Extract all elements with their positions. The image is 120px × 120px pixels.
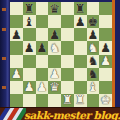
square-f3[interactable] xyxy=(74,68,87,81)
white-queen-d2: ♛ xyxy=(49,81,60,93)
square-b6[interactable] xyxy=(23,28,36,41)
spine-tick xyxy=(2,28,6,31)
black-pawn-c5: ♟ xyxy=(36,41,47,53)
square-e1[interactable]: ♜ xyxy=(61,94,74,107)
black-bishop-b7: ♝ xyxy=(24,15,35,27)
square-d1[interactable] xyxy=(48,94,61,107)
square-f2[interactable] xyxy=(74,81,87,94)
white-bishop-g2: ♝ xyxy=(87,81,98,93)
square-f6[interactable] xyxy=(74,28,87,41)
black-queen-d8: ♛ xyxy=(49,2,60,14)
square-f1[interactable]: ♜ xyxy=(74,94,87,107)
square-g7[interactable]: ♚ xyxy=(87,15,100,28)
square-h2[interactable] xyxy=(99,81,112,94)
square-b1[interactable] xyxy=(23,94,36,107)
black-knight-g4: ♞ xyxy=(87,55,98,67)
black-rook-f8: ♜ xyxy=(75,2,86,14)
square-d8[interactable]: ♛ xyxy=(48,2,61,15)
square-e4[interactable] xyxy=(61,55,74,68)
square-g5[interactable]: ♞ xyxy=(87,41,100,54)
square-f4[interactable] xyxy=(74,55,87,68)
white-rook-e1: ♜ xyxy=(62,94,73,106)
black-king-g7: ♚ xyxy=(87,15,98,27)
square-a6[interactable]: ♟ xyxy=(10,28,23,41)
square-b4[interactable] xyxy=(23,55,36,68)
square-c1[interactable] xyxy=(36,94,49,107)
square-b7[interactable]: ♝ xyxy=(23,15,36,28)
right-edge-line xyxy=(112,0,115,107)
square-b3[interactable] xyxy=(23,68,36,81)
black-pawn-d6: ♟ xyxy=(49,28,60,40)
square-e8[interactable] xyxy=(61,2,74,15)
square-b2[interactable]: ♟ xyxy=(23,81,36,94)
square-h6[interactable] xyxy=(99,28,112,41)
black-pawn-f7: ♟ xyxy=(75,15,86,27)
square-g8[interactable] xyxy=(87,2,100,15)
square-h4[interactable]: ♟ xyxy=(99,55,112,68)
chess-diagram: ♜♛♜♝♟♚♟♟♟♟♟♞♞♟♞♟♟♟♞♟♟♛♝♜♜♚ sakk-mester b… xyxy=(0,0,120,120)
square-a5[interactable] xyxy=(10,41,23,54)
white-knight-d5: ♞ xyxy=(49,41,60,53)
square-d4[interactable] xyxy=(48,55,61,68)
left-spine xyxy=(0,0,10,107)
square-a3[interactable]: ♟ xyxy=(10,68,23,81)
flag-ribbon-logo xyxy=(0,108,26,120)
square-f5[interactable] xyxy=(74,41,87,54)
black-pawn-h5: ♟ xyxy=(100,41,111,53)
square-d7[interactable] xyxy=(48,15,61,28)
square-b8[interactable]: ♜ xyxy=(23,2,36,15)
square-h7[interactable] xyxy=(99,15,112,28)
square-e5[interactable] xyxy=(61,41,74,54)
white-pawn-c2: ♟ xyxy=(36,81,47,93)
white-pawn-h4: ♟ xyxy=(100,55,111,67)
footer-banner: sakk-mester blog.hu xyxy=(0,107,120,120)
black-rook-b8: ♜ xyxy=(24,2,35,14)
square-c2[interactable]: ♟ xyxy=(36,81,49,94)
square-e3[interactable] xyxy=(61,68,74,81)
square-h5[interactable]: ♟ xyxy=(99,41,112,54)
square-g1[interactable] xyxy=(87,94,100,107)
square-f8[interactable]: ♜ xyxy=(74,2,87,15)
white-pawn-a3: ♟ xyxy=(11,68,22,80)
black-knight-g3: ♞ xyxy=(87,68,98,80)
white-rook-f1: ♜ xyxy=(75,94,86,106)
square-g3[interactable]: ♞ xyxy=(87,68,100,81)
square-c7[interactable] xyxy=(36,15,49,28)
white-king-h1: ♚ xyxy=(100,94,111,106)
square-d5[interactable]: ♞ xyxy=(48,41,61,54)
square-a8[interactable] xyxy=(10,2,23,15)
square-c5[interactable]: ♟ xyxy=(36,41,49,54)
black-pawn-g6: ♟ xyxy=(87,28,98,40)
square-c6[interactable] xyxy=(36,28,49,41)
square-h1[interactable]: ♚ xyxy=(99,94,112,107)
square-h3[interactable] xyxy=(99,68,112,81)
chess-board: ♜♛♜♝♟♚♟♟♟♟♟♞♞♟♞♟♟♟♞♟♟♛♝♜♜♚ xyxy=(10,2,112,107)
white-pawn-d3: ♟ xyxy=(49,68,60,80)
square-h8[interactable] xyxy=(99,2,112,15)
white-pawn-b2: ♟ xyxy=(24,81,35,93)
square-c3[interactable] xyxy=(36,68,49,81)
square-e7[interactable] xyxy=(61,15,74,28)
square-c8[interactable] xyxy=(36,2,49,15)
spine-tick xyxy=(2,57,6,60)
square-d3[interactable]: ♟ xyxy=(48,68,61,81)
square-g6[interactable]: ♟ xyxy=(87,28,100,41)
square-d2[interactable]: ♛ xyxy=(48,81,61,94)
black-pawn-a6: ♟ xyxy=(11,28,22,40)
square-b5[interactable]: ♟ xyxy=(23,41,36,54)
spine-tick xyxy=(2,8,6,11)
square-a2[interactable] xyxy=(10,81,23,94)
square-d6[interactable]: ♟ xyxy=(48,28,61,41)
square-g4[interactable]: ♞ xyxy=(87,55,100,68)
square-f7[interactable]: ♟ xyxy=(74,15,87,28)
square-a7[interactable] xyxy=(10,15,23,28)
square-a4[interactable] xyxy=(10,55,23,68)
white-knight-g5: ♞ xyxy=(87,41,98,53)
square-g2[interactable]: ♝ xyxy=(87,81,100,94)
black-pawn-b5: ♟ xyxy=(24,41,35,53)
square-e2[interactable] xyxy=(61,81,74,94)
spine-tick xyxy=(2,86,6,89)
square-e6[interactable] xyxy=(61,28,74,41)
square-a1[interactable] xyxy=(10,94,23,107)
blog-credit-text: sakk-mester blog.hu xyxy=(24,109,120,120)
square-c4[interactable] xyxy=(36,55,49,68)
